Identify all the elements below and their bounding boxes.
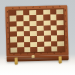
notation-label: 3: [7, 38, 8, 41]
notation-label: 6: [65, 21, 66, 24]
notation-label: 4: [7, 33, 8, 36]
notation-label: g: [52, 6, 53, 9]
board-frame: abcdefgh 87654321 87654321 abcdefgh: [5, 5, 68, 57]
notation-label: 5: [65, 26, 66, 29]
notation-label: 1: [66, 47, 67, 50]
rank-labels-right: 87654321: [64, 9, 68, 51]
notation-label: h: [60, 52, 61, 55]
notation-label: 2: [65, 42, 66, 45]
board-square-h1: [58, 46, 65, 51]
photo-background: abcdefgh 87654321 87654321 abcdefgh: [0, 0, 75, 75]
notation-label: c: [27, 53, 28, 56]
notation-label: 2: [8, 44, 9, 47]
notation-label: 7: [7, 17, 8, 20]
notation-label: 8: [65, 11, 66, 14]
notation-label: g: [53, 52, 54, 55]
notation-label: b: [19, 7, 20, 10]
notation-label: 7: [65, 16, 66, 19]
notation-label: a: [13, 53, 14, 56]
notation-label: d: [32, 7, 33, 10]
notation-label: f: [47, 52, 48, 55]
notation-label: 3: [65, 37, 66, 40]
notation-label: 8: [7, 12, 8, 15]
notation-label: c: [26, 7, 27, 10]
notation-label: e: [39, 7, 40, 10]
notation-label: e: [40, 53, 41, 56]
notation-label: 1: [8, 49, 9, 52]
notation-label: 5: [7, 28, 8, 31]
notation-label: a: [12, 7, 13, 10]
notation-label: b: [20, 53, 21, 56]
notation-label: 4: [65, 32, 66, 35]
notation-label: f: [46, 6, 47, 9]
notation-label: 6: [7, 23, 8, 26]
board-grid: [9, 9, 64, 52]
notation-label: h: [59, 6, 60, 9]
board-shadow: [4, 57, 60, 60]
